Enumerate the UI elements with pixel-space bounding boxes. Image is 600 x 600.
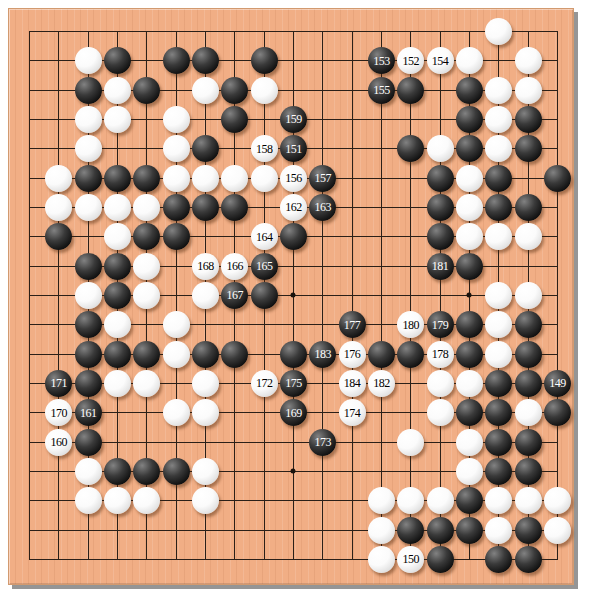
white-stone [104, 106, 131, 133]
white-stone [515, 77, 542, 104]
white-stone [133, 487, 160, 514]
black-stone [544, 165, 571, 192]
stones-layer: 1531521541551591581511561571621631641681… [15, 17, 572, 574]
black-stone [221, 77, 248, 104]
black-stone [485, 546, 512, 573]
white-stone [544, 517, 571, 544]
white-stone [192, 399, 219, 426]
black-stone: 179 [427, 311, 454, 338]
white-stone [485, 341, 512, 368]
white-stone [163, 165, 190, 192]
black-stone: 149 [544, 370, 571, 397]
black-stone: 183 [309, 341, 336, 368]
black-stone [427, 194, 454, 221]
black-stone: 167 [221, 282, 248, 309]
black-stone [75, 341, 102, 368]
white-stone: 156 [280, 165, 307, 192]
black-stone [104, 458, 131, 485]
white-stone [163, 311, 190, 338]
white-stone [221, 165, 248, 192]
black-stone [427, 223, 454, 250]
black-stone [104, 47, 131, 74]
white-stone [515, 223, 542, 250]
black-stone: 175 [280, 370, 307, 397]
move-number-label: 184 [344, 377, 361, 389]
black-stone [456, 106, 483, 133]
white-stone [515, 47, 542, 74]
white-stone [456, 223, 483, 250]
black-stone [133, 341, 160, 368]
move-number-label: 155 [373, 84, 390, 96]
move-number-label: 167 [227, 289, 244, 301]
white-stone [163, 399, 190, 426]
white-stone [515, 399, 542, 426]
black-stone [75, 429, 102, 456]
white-stone [104, 487, 131, 514]
black-stone [515, 135, 542, 162]
white-stone: 152 [397, 47, 424, 74]
black-stone [515, 341, 542, 368]
white-stone: 174 [339, 399, 366, 426]
white-stone [485, 487, 512, 514]
move-number-label: 169 [285, 407, 302, 419]
white-stone: 162 [280, 194, 307, 221]
black-stone [397, 341, 424, 368]
black-stone [133, 223, 160, 250]
move-number-label: 182 [373, 377, 390, 389]
white-stone [192, 282, 219, 309]
black-stone [221, 106, 248, 133]
move-number-label: 162 [285, 201, 302, 213]
white-stone [192, 458, 219, 485]
white-stone [75, 458, 102, 485]
black-stone: 181 [427, 253, 454, 280]
white-stone [427, 487, 454, 514]
black-stone [427, 546, 454, 573]
black-stone [515, 194, 542, 221]
black-stone: 151 [280, 135, 307, 162]
white-stone [104, 370, 131, 397]
black-stone [456, 487, 483, 514]
black-stone [485, 370, 512, 397]
black-stone [368, 341, 395, 368]
black-stone [45, 223, 72, 250]
white-stone [163, 135, 190, 162]
white-stone: 172 [251, 370, 278, 397]
black-stone [515, 370, 542, 397]
go-board[interactable]: 1531521541551591581511561571621631641681… [8, 8, 574, 585]
white-stone [456, 47, 483, 74]
black-stone [104, 253, 131, 280]
white-stone [427, 370, 454, 397]
move-number-label: 158 [256, 143, 273, 155]
white-stone [104, 311, 131, 338]
black-stone [133, 458, 160, 485]
white-stone [192, 370, 219, 397]
black-stone [104, 341, 131, 368]
move-number-label: 168 [197, 260, 214, 272]
black-stone: 177 [339, 311, 366, 338]
black-stone [75, 253, 102, 280]
black-stone [75, 77, 102, 104]
move-number-label: 153 [373, 55, 390, 67]
black-stone [192, 135, 219, 162]
move-number-label: 149 [549, 377, 566, 389]
black-stone [192, 194, 219, 221]
move-number-label: 156 [285, 172, 302, 184]
move-number-label: 180 [403, 319, 420, 331]
black-stone [397, 77, 424, 104]
black-stone [544, 399, 571, 426]
white-stone [75, 135, 102, 162]
white-stone [485, 77, 512, 104]
move-number-label: 164 [256, 231, 273, 243]
black-stone [485, 458, 512, 485]
black-stone: 171 [45, 370, 72, 397]
move-number-label: 160 [51, 436, 68, 448]
black-stone: 163 [309, 194, 336, 221]
white-stone [485, 311, 512, 338]
white-stone [104, 77, 131, 104]
move-number-label: 159 [285, 113, 302, 125]
black-stone [192, 47, 219, 74]
move-number-label: 181 [432, 260, 449, 272]
white-stone [485, 223, 512, 250]
move-number-label: 171 [51, 377, 68, 389]
white-stone [192, 165, 219, 192]
black-stone [75, 165, 102, 192]
white-stone: 164 [251, 223, 278, 250]
white-stone [397, 429, 424, 456]
move-number-label: 173 [315, 436, 332, 448]
move-number-label: 172 [256, 377, 273, 389]
black-stone [515, 517, 542, 544]
move-number-label: 151 [285, 143, 302, 155]
move-number-label: 175 [285, 377, 302, 389]
move-number-label: 179 [432, 319, 449, 331]
move-number-label: 170 [51, 407, 68, 419]
white-stone [456, 165, 483, 192]
black-stone: 165 [251, 253, 278, 280]
white-stone [485, 282, 512, 309]
white-stone: 168 [192, 253, 219, 280]
black-stone [456, 341, 483, 368]
white-stone [75, 106, 102, 133]
white-stone [427, 135, 454, 162]
black-stone [163, 223, 190, 250]
move-number-label: 183 [315, 348, 332, 360]
white-stone: 184 [339, 370, 366, 397]
black-stone [456, 311, 483, 338]
white-stone: 154 [427, 47, 454, 74]
black-stone [163, 458, 190, 485]
white-stone [75, 487, 102, 514]
black-stone [221, 341, 248, 368]
black-stone [427, 517, 454, 544]
black-stone [133, 77, 160, 104]
white-stone [45, 194, 72, 221]
white-stone [368, 517, 395, 544]
move-number-label: 163 [315, 201, 332, 213]
black-stone [163, 194, 190, 221]
move-number-label: 157 [315, 172, 332, 184]
black-stone [251, 47, 278, 74]
black-stone [280, 341, 307, 368]
move-number-label: 166 [227, 260, 244, 272]
white-stone: 158 [251, 135, 278, 162]
black-stone: 159 [280, 106, 307, 133]
white-stone [515, 487, 542, 514]
black-stone [397, 517, 424, 544]
white-stone [427, 399, 454, 426]
white-stone [133, 253, 160, 280]
white-stone [485, 135, 512, 162]
white-stone: 182 [368, 370, 395, 397]
white-stone: 180 [397, 311, 424, 338]
move-number-label: 178 [432, 348, 449, 360]
black-stone [397, 135, 424, 162]
black-stone [485, 194, 512, 221]
move-number-label: 174 [344, 407, 361, 419]
white-stone [45, 165, 72, 192]
move-number-label: 150 [403, 553, 420, 565]
black-stone [251, 282, 278, 309]
white-stone [485, 18, 512, 45]
black-stone [221, 194, 248, 221]
move-number-label: 177 [344, 319, 361, 331]
white-stone: 170 [45, 399, 72, 426]
board-grid: 1531521541551591581511561571621631641681… [29, 31, 558, 560]
black-stone [280, 223, 307, 250]
white-stone [192, 77, 219, 104]
white-stone: 160 [45, 429, 72, 456]
white-stone [456, 194, 483, 221]
move-number-label: 154 [432, 55, 449, 67]
black-stone [133, 165, 160, 192]
white-stone [485, 106, 512, 133]
white-stone: 166 [221, 253, 248, 280]
white-stone [163, 106, 190, 133]
white-stone [75, 47, 102, 74]
black-stone [515, 429, 542, 456]
white-stone [104, 194, 131, 221]
black-stone [427, 165, 454, 192]
black-stone: 161 [75, 399, 102, 426]
white-stone [133, 370, 160, 397]
black-stone [456, 399, 483, 426]
black-stone [515, 106, 542, 133]
white-stone [368, 487, 395, 514]
move-number-label: 176 [344, 348, 361, 360]
white-stone [163, 341, 190, 368]
black-stone [456, 517, 483, 544]
black-stone [75, 370, 102, 397]
black-stone [515, 546, 542, 573]
black-stone: 173 [309, 429, 336, 456]
white-stone [397, 487, 424, 514]
black-stone: 157 [309, 165, 336, 192]
black-stone: 155 [368, 77, 395, 104]
white-stone [75, 282, 102, 309]
move-number-label: 152 [403, 55, 420, 67]
white-stone: 178 [427, 341, 454, 368]
white-stone [544, 487, 571, 514]
black-stone [192, 341, 219, 368]
black-stone [485, 165, 512, 192]
white-stone [515, 282, 542, 309]
black-stone [456, 253, 483, 280]
black-stone [104, 165, 131, 192]
white-stone: 150 [397, 546, 424, 573]
move-number-label: 161 [80, 407, 97, 419]
black-stone: 169 [280, 399, 307, 426]
white-stone [456, 370, 483, 397]
black-stone [456, 135, 483, 162]
black-stone: 153 [368, 47, 395, 74]
white-stone [133, 194, 160, 221]
black-stone [485, 429, 512, 456]
black-stone [163, 47, 190, 74]
white-stone [251, 165, 278, 192]
white-stone [192, 487, 219, 514]
white-stone [368, 546, 395, 573]
white-stone [456, 458, 483, 485]
white-stone [104, 223, 131, 250]
black-stone [515, 458, 542, 485]
white-stone [485, 517, 512, 544]
black-stone [456, 77, 483, 104]
black-stone [515, 311, 542, 338]
white-stone [75, 194, 102, 221]
white-stone [456, 429, 483, 456]
black-stone [75, 311, 102, 338]
white-stone [251, 77, 278, 104]
white-stone: 176 [339, 341, 366, 368]
black-stone [485, 399, 512, 426]
move-number-label: 165 [256, 260, 273, 272]
white-stone [133, 282, 160, 309]
black-stone [104, 282, 131, 309]
